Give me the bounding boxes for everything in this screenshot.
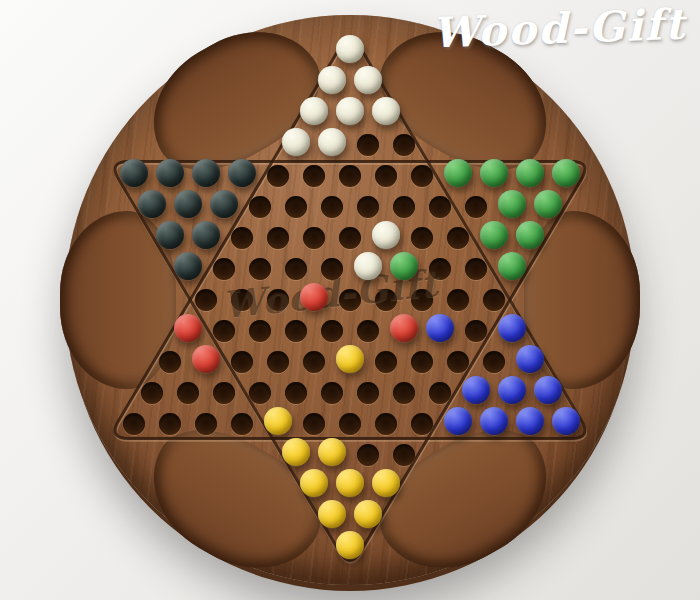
marble-white[interactable] [336,35,364,63]
marble-red[interactable] [300,283,328,311]
marble-black[interactable] [156,221,184,249]
marble-white[interactable] [318,66,346,94]
marble-black[interactable] [174,252,202,280]
marble-blue[interactable] [498,314,526,342]
marble-red[interactable] [390,314,418,342]
marble-white[interactable] [372,97,400,125]
marble-white[interactable] [354,66,382,94]
marble-blue[interactable] [516,345,544,373]
marble-green[interactable] [516,221,544,249]
marble-yellow[interactable] [372,469,400,497]
marble-green[interactable] [480,221,508,249]
marble-black[interactable] [120,159,148,187]
marble-blue[interactable] [444,407,472,435]
marble-black[interactable] [138,190,166,218]
marble-green[interactable] [498,252,526,280]
marble-white[interactable] [282,128,310,156]
marble-black[interactable] [228,159,256,187]
marble-black[interactable] [210,190,238,218]
marble-black[interactable] [174,190,202,218]
marble-yellow[interactable] [264,407,292,435]
marble-black[interactable] [156,159,184,187]
marble-green[interactable] [498,190,526,218]
marble-blue[interactable] [552,407,580,435]
marble-blue[interactable] [516,407,544,435]
marble-yellow[interactable] [336,345,364,373]
marble-white[interactable] [372,221,400,249]
marble-blue[interactable] [480,407,508,435]
marble-yellow[interactable] [354,500,382,528]
marble-black[interactable] [192,221,220,249]
marble-black[interactable] [192,159,220,187]
marble-yellow[interactable] [318,500,346,528]
marble-red[interactable] [174,314,202,342]
marble-green[interactable] [552,159,580,187]
marble-blue[interactable] [426,314,454,342]
marble-blue[interactable] [534,376,562,404]
marble-green[interactable] [534,190,562,218]
marble-white[interactable] [300,97,328,125]
marble-yellow[interactable] [282,438,310,466]
marble-green[interactable] [480,159,508,187]
marble-red[interactable] [192,345,220,373]
marble-white[interactable] [318,128,346,156]
marbles-layer [0,0,700,600]
marble-yellow[interactable] [300,469,328,497]
marble-green[interactable] [390,252,418,280]
marble-green[interactable] [444,159,472,187]
marble-white[interactable] [354,252,382,280]
marble-white[interactable] [336,97,364,125]
marble-yellow[interactable] [336,531,364,559]
brand-watermark: Wood-Gift [431,0,686,57]
marble-blue[interactable] [462,376,490,404]
marble-yellow[interactable] [336,469,364,497]
marble-green[interactable] [516,159,544,187]
marble-blue[interactable] [498,376,526,404]
page-background: Wood-Gift Wood-Gift [0,0,700,600]
marble-yellow[interactable] [318,438,346,466]
